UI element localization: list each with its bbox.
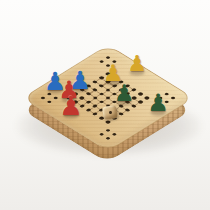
pawn-green-1[interactable]: ♟	[114, 82, 135, 105]
photo-scene: ♟♟♟♟♟♟♟♟	[0, 0, 210, 210]
wooden-die[interactable]	[102, 104, 118, 119]
pawn-red-2[interactable]: ♟	[59, 93, 82, 119]
pawn-yellow-2[interactable]: ♟	[127, 53, 147, 75]
pawn-green-2[interactable]: ♟	[147, 91, 169, 115]
pieces-layer: ♟♟♟♟♟♟♟♟	[0, 0, 210, 210]
die-pip	[109, 110, 112, 113]
